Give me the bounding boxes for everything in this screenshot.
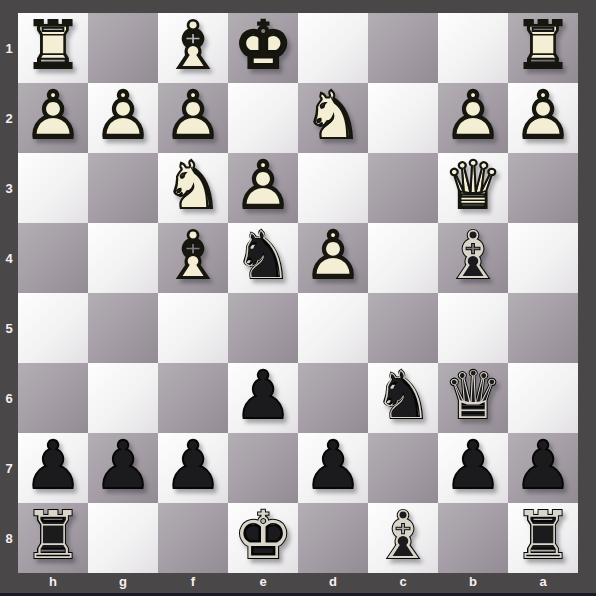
square-c4[interactable]	[368, 223, 438, 293]
black-pawn-piece[interactable]: ♟	[298, 433, 368, 503]
file-label-g: g	[88, 573, 158, 593]
black-bishop-piece[interactable]: ♝♗	[438, 223, 508, 293]
square-g6[interactable]	[88, 363, 158, 433]
square-a1[interactable]: ♜♖	[508, 13, 578, 83]
rank-labels: 12345678	[0, 13, 18, 573]
square-h2[interactable]: ♟♙	[18, 83, 88, 153]
white-pawn-piece[interactable]: ♟♙	[158, 83, 228, 153]
square-b4[interactable]: ♝♗	[438, 223, 508, 293]
chess-board: ♜♖♝♗♚♔♜♖♟♙♟♙♟♙♞♘♟♙♟♙♞♘♟♙♛♕♝♗♞♘♟♙♝♗♟♞♘♛♕♟…	[18, 13, 578, 573]
rank-label-6: 6	[0, 363, 18, 433]
square-g5[interactable]	[88, 293, 158, 363]
square-c2[interactable]	[368, 83, 438, 153]
square-g4[interactable]	[88, 223, 158, 293]
square-h4[interactable]	[18, 223, 88, 293]
square-a4[interactable]	[508, 223, 578, 293]
square-c1[interactable]	[368, 13, 438, 83]
black-bishop-piece[interactable]: ♝♗	[368, 503, 438, 573]
square-b6[interactable]: ♛♕	[438, 363, 508, 433]
square-f1[interactable]: ♝♗	[158, 13, 228, 83]
square-b2[interactable]: ♟♙	[438, 83, 508, 153]
square-d3[interactable]	[298, 153, 368, 223]
square-b3[interactable]: ♛♕	[438, 153, 508, 223]
square-f4[interactable]: ♝♗	[158, 223, 228, 293]
square-h7[interactable]: ♟	[18, 433, 88, 503]
square-h5[interactable]	[18, 293, 88, 363]
black-pawn-piece[interactable]: ♟	[508, 433, 578, 503]
square-h3[interactable]	[18, 153, 88, 223]
square-c5[interactable]	[368, 293, 438, 363]
black-knight-piece[interactable]: ♞♘	[368, 363, 438, 433]
white-pawn-piece[interactable]: ♟♙	[298, 223, 368, 293]
square-b7[interactable]: ♟	[438, 433, 508, 503]
white-knight-piece[interactable]: ♞♘	[158, 153, 228, 223]
square-h6[interactable]	[18, 363, 88, 433]
square-a2[interactable]: ♟♙	[508, 83, 578, 153]
square-e5[interactable]	[228, 293, 298, 363]
square-e2[interactable]	[228, 83, 298, 153]
white-pawn-piece[interactable]: ♟♙	[228, 153, 298, 223]
square-a8[interactable]: ♜♖	[508, 503, 578, 573]
rank-label-3: 3	[0, 153, 18, 223]
square-a3[interactable]	[508, 153, 578, 223]
square-f6[interactable]	[158, 363, 228, 433]
square-b8[interactable]	[438, 503, 508, 573]
square-b1[interactable]	[438, 13, 508, 83]
square-h1[interactable]: ♜♖	[18, 13, 88, 83]
square-d2[interactable]: ♞♘	[298, 83, 368, 153]
white-bishop-piece[interactable]: ♝♗	[158, 223, 228, 293]
white-pawn-piece[interactable]: ♟♙	[438, 83, 508, 153]
square-c7[interactable]	[368, 433, 438, 503]
rank-label-7: 7	[0, 433, 18, 503]
square-h8[interactable]: ♜♖	[18, 503, 88, 573]
square-e7[interactable]	[228, 433, 298, 503]
square-d6[interactable]	[298, 363, 368, 433]
square-g1[interactable]	[88, 13, 158, 83]
white-pawn-piece[interactable]: ♟♙	[88, 83, 158, 153]
white-pawn-piece[interactable]: ♟♙	[18, 83, 88, 153]
square-d8[interactable]	[298, 503, 368, 573]
black-pawn-piece[interactable]: ♟	[18, 433, 88, 503]
rank-label-4: 4	[0, 223, 18, 293]
square-f8[interactable]	[158, 503, 228, 573]
square-e1[interactable]: ♚♔	[228, 13, 298, 83]
white-rook-piece[interactable]: ♜♖	[18, 13, 88, 83]
rank-label-2: 2	[0, 83, 18, 153]
black-queen-piece[interactable]: ♛♕	[438, 363, 508, 433]
file-label-a: a	[508, 573, 578, 593]
file-label-d: d	[298, 573, 368, 593]
chess-diagram: ♜♖♝♗♚♔♜♖♟♙♟♙♟♙♞♘♟♙♟♙♞♘♟♙♛♕♝♗♞♘♟♙♝♗♟♞♘♛♕♟…	[0, 0, 596, 596]
square-f3[interactable]: ♞♘	[158, 153, 228, 223]
black-king-piece[interactable]: ♚♔	[228, 503, 298, 573]
rank-label-5: 5	[0, 293, 18, 363]
square-g8[interactable]	[88, 503, 158, 573]
file-label-f: f	[158, 573, 228, 593]
file-labels: hgfedcba	[18, 573, 578, 593]
file-label-e: e	[228, 573, 298, 593]
white-pawn-piece[interactable]: ♟♙	[508, 83, 578, 153]
square-c8[interactable]: ♝♗	[368, 503, 438, 573]
square-g3[interactable]	[88, 153, 158, 223]
black-pawn-piece[interactable]: ♟	[88, 433, 158, 503]
square-d5[interactable]	[298, 293, 368, 363]
rank-label-8: 8	[0, 503, 18, 573]
square-e4[interactable]: ♞♘	[228, 223, 298, 293]
file-label-c: c	[368, 573, 438, 593]
rank-label-1: 1	[0, 13, 18, 83]
square-e6[interactable]: ♟	[228, 363, 298, 433]
black-knight-piece[interactable]: ♞♘	[228, 223, 298, 293]
white-knight-piece[interactable]: ♞♘	[298, 83, 368, 153]
black-rook-piece[interactable]: ♜♖	[18, 503, 88, 573]
square-f2[interactable]: ♟♙	[158, 83, 228, 153]
square-f7[interactable]: ♟	[158, 433, 228, 503]
square-e8[interactable]: ♚♔	[228, 503, 298, 573]
white-king-piece[interactable]: ♚♔	[228, 13, 298, 83]
square-a5[interactable]	[508, 293, 578, 363]
square-f5[interactable]	[158, 293, 228, 363]
square-e3[interactable]: ♟♙	[228, 153, 298, 223]
square-d4[interactable]: ♟♙	[298, 223, 368, 293]
square-c3[interactable]	[368, 153, 438, 223]
file-label-b: b	[438, 573, 508, 593]
square-g2[interactable]: ♟♙	[88, 83, 158, 153]
square-a6[interactable]	[508, 363, 578, 433]
black-pawn-piece[interactable]: ♟	[158, 433, 228, 503]
square-c6[interactable]: ♞♘	[368, 363, 438, 433]
file-label-h: h	[18, 573, 88, 593]
white-rook-piece[interactable]: ♜♖	[508, 13, 578, 83]
square-d7[interactable]: ♟	[298, 433, 368, 503]
square-a7[interactable]: ♟	[508, 433, 578, 503]
square-d1[interactable]	[298, 13, 368, 83]
square-b5[interactable]	[438, 293, 508, 363]
black-pawn-piece[interactable]: ♟	[228, 363, 298, 433]
white-bishop-piece[interactable]: ♝♗	[158, 13, 228, 83]
square-g7[interactable]: ♟	[88, 433, 158, 503]
black-pawn-piece[interactable]: ♟	[438, 433, 508, 503]
white-queen-piece[interactable]: ♛♕	[438, 153, 508, 223]
black-rook-piece[interactable]: ♜♖	[508, 503, 578, 573]
